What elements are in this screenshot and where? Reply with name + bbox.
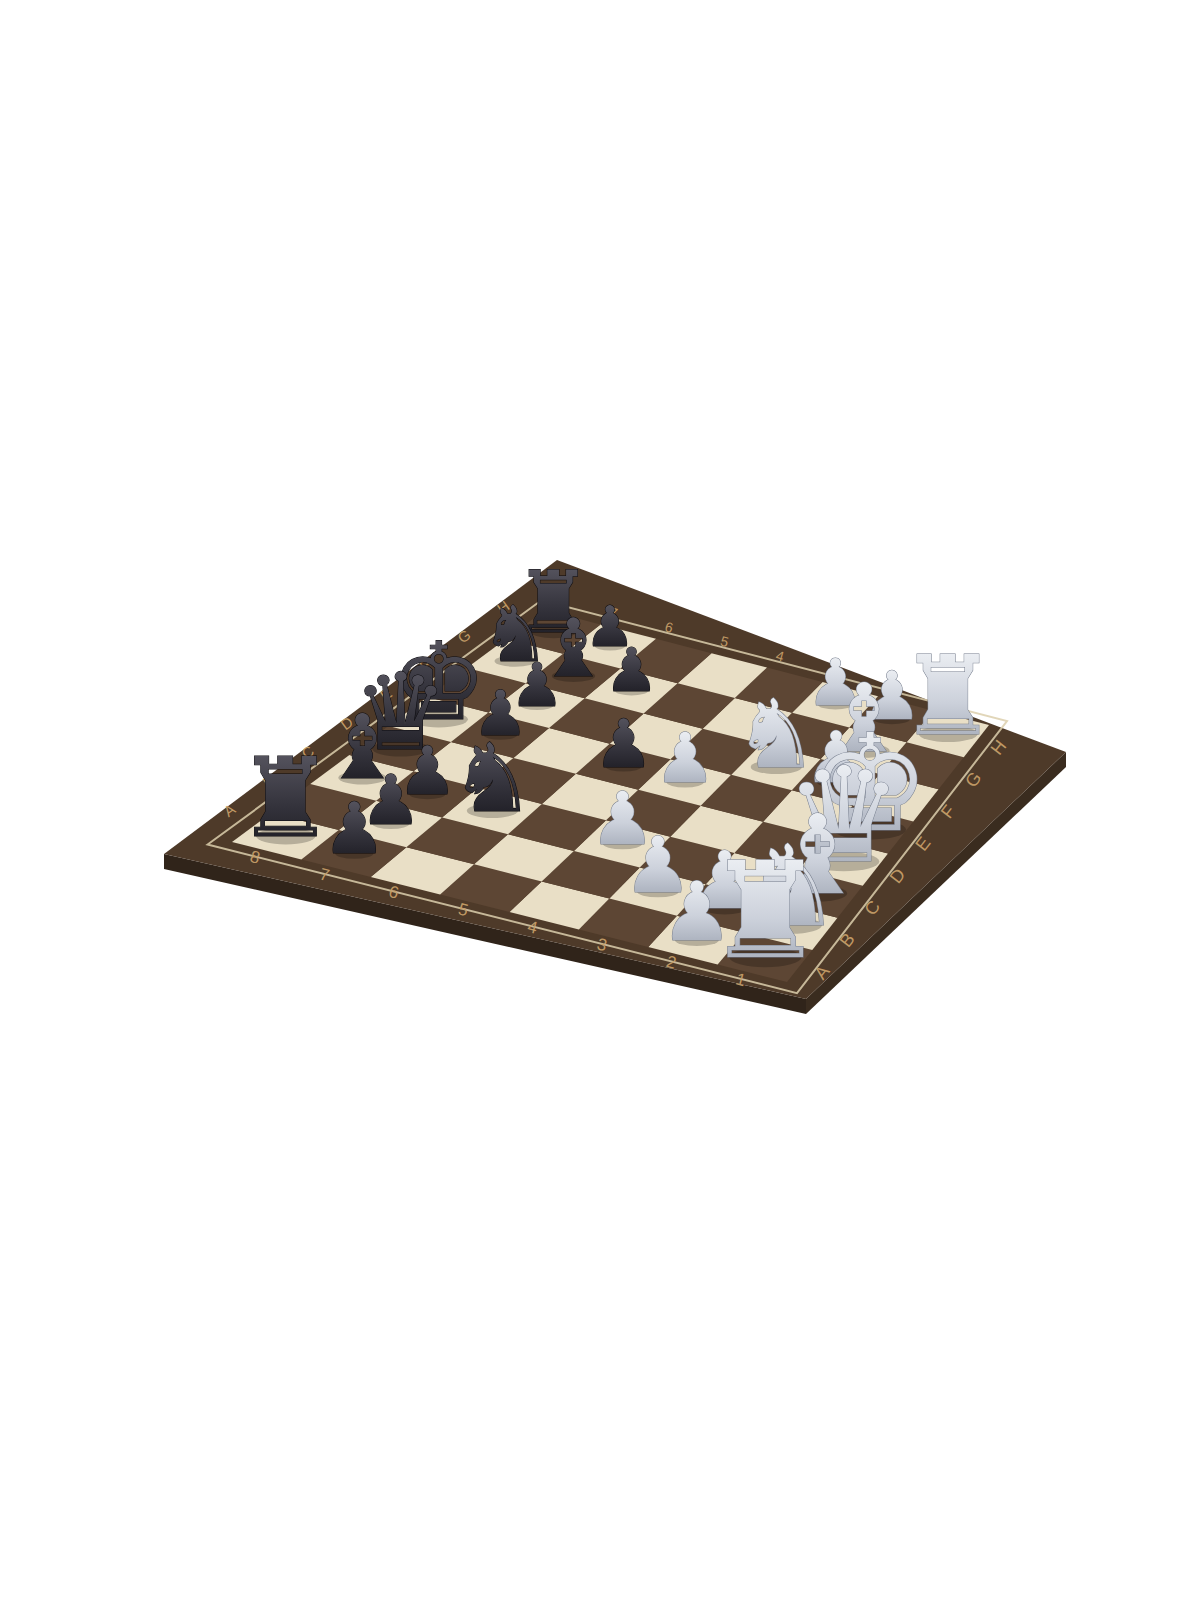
piece-white-pawn-e4: ♟	[654, 718, 716, 798]
piece-black-pawn-g6: ♟	[605, 635, 659, 705]
chess-board-photo: AA88BB77CC66DD55EE44FF33GG22HH11♜♟♞♝♟♟♟♟…	[0, 0, 1200, 1600]
product-photo-stage: chess AA88BB77CC66DD55EE44FF33GG22HH11♜♟…	[0, 0, 1200, 1600]
piece-black-pawn-e5: ♟	[594, 705, 654, 783]
piece-black-knight-c6: ♞	[450, 723, 535, 833]
piece-white-rook-a1: ♜	[706, 833, 826, 988]
piece-black-rook-a8: ♜	[237, 734, 335, 862]
piece-black-pawn-a7: ♟	[323, 787, 387, 870]
